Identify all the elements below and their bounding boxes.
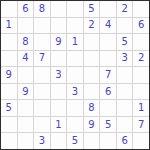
sudoku-cell-r4c7[interactable] xyxy=(100,51,116,67)
sudoku-cell-r1c8: 2 xyxy=(117,1,133,17)
sudoku-cell-r7c9: 1 xyxy=(133,100,149,116)
sudoku-cell-r8c7: 5 xyxy=(100,117,116,133)
sudoku-cell-r2c9: 6 xyxy=(133,18,149,34)
sudoku-cell-r4c9: 2 xyxy=(133,51,149,67)
sudoku-cell-r5c5[interactable] xyxy=(67,67,83,83)
sudoku-cell-r9c2[interactable] xyxy=(18,133,34,149)
sudoku-cell-r8c4: 1 xyxy=(51,117,67,133)
sudoku-cell-r3c1[interactable] xyxy=(1,34,17,50)
sudoku-cell-r7c6: 8 xyxy=(84,100,100,116)
sudoku-cell-r2c3[interactable] xyxy=(34,18,50,34)
sudoku-cell-r6c6[interactable] xyxy=(84,84,100,100)
sudoku-cell-r6c2: 9 xyxy=(18,84,34,100)
sudoku-cell-r1c1[interactable] xyxy=(1,1,17,17)
sudoku-cell-r7c5[interactable] xyxy=(67,100,83,116)
sudoku-cell-r8c3[interactable] xyxy=(34,117,50,133)
sudoku-cell-r2c5[interactable] xyxy=(67,18,83,34)
sudoku-cell-r5c7: 7 xyxy=(100,67,116,83)
sudoku-cell-r1c4[interactable] xyxy=(51,1,67,17)
sudoku-cell-r8c9: 7 xyxy=(133,117,149,133)
sudoku-cell-r4c1[interactable] xyxy=(1,51,17,67)
sudoku-cell-r4c6[interactable] xyxy=(84,51,100,67)
sudoku-cell-r5c3[interactable] xyxy=(34,67,50,83)
sudoku-cell-r6c4[interactable] xyxy=(51,84,67,100)
sudoku-cell-r3c7[interactable] xyxy=(100,34,116,50)
sudoku-cell-r9c9[interactable] xyxy=(133,133,149,149)
sudoku-cell-r4c2: 4 xyxy=(18,51,34,67)
sudoku-cell-r3c3[interactable] xyxy=(34,34,50,50)
sudoku-cell-r3c6[interactable] xyxy=(84,34,100,50)
sudoku-cell-r8c5[interactable] xyxy=(67,117,83,133)
sudoku-board: 68521246891547329379365811957356 xyxy=(0,0,150,150)
sudoku-cell-r8c6: 9 xyxy=(84,117,100,133)
sudoku-cell-r9c4[interactable] xyxy=(51,133,67,149)
sudoku-cell-r2c4[interactable] xyxy=(51,18,67,34)
sudoku-cell-r8c2[interactable] xyxy=(18,117,34,133)
sudoku-cell-r2c6: 2 xyxy=(84,18,100,34)
sudoku-cell-r3c8: 5 xyxy=(117,34,133,50)
sudoku-cell-r1c3: 8 xyxy=(34,1,50,17)
sudoku-cell-r2c8[interactable] xyxy=(117,18,133,34)
sudoku-cell-r4c5[interactable] xyxy=(67,51,83,67)
sudoku-cell-r4c3: 7 xyxy=(34,51,50,67)
sudoku-cell-r2c2[interactable] xyxy=(18,18,34,34)
sudoku-cell-r8c1[interactable] xyxy=(1,117,17,133)
sudoku-cell-r7c8[interactable] xyxy=(117,100,133,116)
sudoku-cell-r9c7[interactable] xyxy=(100,133,116,149)
sudoku-cell-r9c3: 3 xyxy=(34,133,50,149)
sudoku-cell-r8c8[interactable] xyxy=(117,117,133,133)
sudoku-cell-r2c1: 1 xyxy=(1,18,17,34)
sudoku-cell-r3c5: 1 xyxy=(67,34,83,50)
sudoku-cell-r3c2: 8 xyxy=(18,34,34,50)
sudoku-cell-r6c5: 3 xyxy=(67,84,83,100)
sudoku-cell-r4c4[interactable] xyxy=(51,51,67,67)
sudoku-cell-r6c8[interactable] xyxy=(117,84,133,100)
sudoku-cell-r1c7[interactable] xyxy=(100,1,116,17)
sudoku-cell-r6c7: 6 xyxy=(100,84,116,100)
sudoku-cell-r3c4: 9 xyxy=(51,34,67,50)
sudoku-cell-r1c5[interactable] xyxy=(67,1,83,17)
sudoku-cell-r1c9[interactable] xyxy=(133,1,149,17)
sudoku-cell-r5c2[interactable] xyxy=(18,67,34,83)
sudoku-cell-r1c6: 5 xyxy=(84,1,100,17)
sudoku-cell-r7c1: 5 xyxy=(1,100,17,116)
sudoku-cell-r7c4[interactable] xyxy=(51,100,67,116)
sudoku-cell-r5c6[interactable] xyxy=(84,67,100,83)
sudoku-cell-r7c2[interactable] xyxy=(18,100,34,116)
sudoku-cell-r7c7[interactable] xyxy=(100,100,116,116)
sudoku-cell-r3c9[interactable] xyxy=(133,34,149,50)
sudoku-cell-r5c1: 9 xyxy=(1,67,17,83)
sudoku-cell-r5c8[interactable] xyxy=(117,67,133,83)
sudoku-cell-r2c7: 4 xyxy=(100,18,116,34)
sudoku-cell-r9c1[interactable] xyxy=(1,133,17,149)
sudoku-cell-r6c9[interactable] xyxy=(133,84,149,100)
sudoku-cell-r4c8: 3 xyxy=(117,51,133,67)
sudoku-cell-r1c2: 6 xyxy=(18,1,34,17)
sudoku-cell-r5c4: 3 xyxy=(51,67,67,83)
sudoku-cell-r6c3[interactable] xyxy=(34,84,50,100)
sudoku-cell-r9c6[interactable] xyxy=(84,133,100,149)
sudoku-cell-r5c9[interactable] xyxy=(133,67,149,83)
sudoku-cell-r9c8: 6 xyxy=(117,133,133,149)
sudoku-cell-r9c5: 5 xyxy=(67,133,83,149)
sudoku-cell-r7c3[interactable] xyxy=(34,100,50,116)
sudoku-cell-r6c1[interactable] xyxy=(1,84,17,100)
